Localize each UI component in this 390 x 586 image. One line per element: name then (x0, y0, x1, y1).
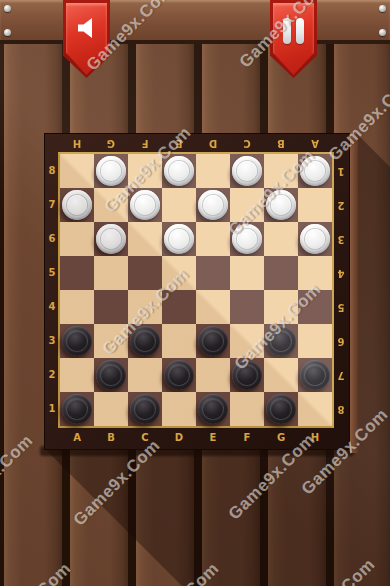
checker-white[interactable] (198, 190, 228, 220)
square-h5[interactable] (298, 256, 332, 290)
coordinate-label: E (162, 136, 196, 150)
board-side-bevel (350, 136, 358, 453)
square-f3[interactable] (230, 324, 264, 358)
square-d3[interactable] (162, 324, 196, 358)
square-a3[interactable] (60, 324, 94, 358)
top-bar (0, 0, 390, 44)
square-f2[interactable] (230, 358, 264, 392)
game-screen: HGFEDCBA ABCDEFGH 87654321 12345678 Game… (0, 0, 390, 586)
file-labels-top: HGFEDCBA (60, 136, 332, 150)
square-e7[interactable] (196, 188, 230, 222)
square-g6[interactable] (264, 222, 298, 256)
checker-white[interactable] (266, 190, 296, 220)
checker-black[interactable] (96, 360, 126, 390)
square-h7[interactable] (298, 188, 332, 222)
square-a1[interactable] (60, 392, 94, 426)
checker-black[interactable] (130, 326, 160, 356)
coordinate-label: H (298, 431, 332, 445)
coordinate-label: G (264, 431, 298, 445)
screw-icon (379, 29, 386, 36)
rank-labels-left: 87654321 (46, 154, 58, 426)
screw-icon (4, 5, 11, 12)
square-d2[interactable] (162, 358, 196, 392)
square-a5[interactable] (60, 256, 94, 290)
square-g1[interactable] (264, 392, 298, 426)
checker-white[interactable] (130, 190, 160, 220)
square-g4[interactable] (264, 290, 298, 324)
speaker-icon (75, 16, 99, 40)
square-d1[interactable] (162, 392, 196, 426)
square-h8[interactable] (298, 154, 332, 188)
coordinate-label: 1 (335, 154, 347, 188)
checker-white[interactable] (96, 156, 126, 186)
square-a4[interactable] (60, 290, 94, 324)
square-b3[interactable] (94, 324, 128, 358)
square-g8[interactable] (264, 154, 298, 188)
square-h2[interactable] (298, 358, 332, 392)
square-c7[interactable] (128, 188, 162, 222)
checker-black[interactable] (164, 360, 194, 390)
coordinate-label: A (60, 431, 94, 445)
coordinate-label: 3 (335, 222, 347, 256)
square-d4[interactable] (162, 290, 196, 324)
checker-white[interactable] (300, 156, 330, 186)
square-f6[interactable] (230, 222, 264, 256)
coordinate-label: C (230, 136, 264, 150)
checkers-board: HGFEDCBA ABCDEFGH 87654321 12345678 (44, 133, 350, 450)
square-e5[interactable] (196, 256, 230, 290)
coordinate-label: 2 (335, 188, 347, 222)
coordinate-label: B (264, 136, 298, 150)
square-e6[interactable] (196, 222, 230, 256)
checker-black[interactable] (266, 326, 296, 356)
coordinate-label: 6 (46, 222, 58, 256)
square-a7[interactable] (60, 188, 94, 222)
square-c6[interactable] (128, 222, 162, 256)
square-g3[interactable] (264, 324, 298, 358)
checker-black[interactable] (130, 394, 160, 424)
square-f1[interactable] (230, 392, 264, 426)
square-a8[interactable] (60, 154, 94, 188)
square-c1[interactable] (128, 392, 162, 426)
board-grid (58, 152, 334, 428)
coordinate-label: D (196, 136, 230, 150)
square-h3[interactable] (298, 324, 332, 358)
square-g5[interactable] (264, 256, 298, 290)
square-b6[interactable] (94, 222, 128, 256)
square-e3[interactable] (196, 324, 230, 358)
board-frame: HGFEDCBA ABCDEFGH 87654321 12345678 (44, 133, 350, 450)
square-e2[interactable] (196, 358, 230, 392)
square-c2[interactable] (128, 358, 162, 392)
coordinate-label: 1 (46, 392, 58, 426)
coordinate-label: G (94, 136, 128, 150)
checker-white[interactable] (232, 224, 262, 254)
coordinate-label: 7 (335, 358, 347, 392)
checker-black[interactable] (198, 326, 228, 356)
checker-white[interactable] (300, 224, 330, 254)
square-c4[interactable] (128, 290, 162, 324)
checker-black[interactable] (62, 394, 92, 424)
checker-black[interactable] (300, 360, 330, 390)
square-c5[interactable] (128, 256, 162, 290)
coordinate-label: 3 (46, 324, 58, 358)
file-labels-bottom: ABCDEFGH (60, 431, 332, 445)
square-b7[interactable] (94, 188, 128, 222)
pause-icon (283, 18, 304, 44)
coordinate-label: 2 (46, 358, 58, 392)
square-g2[interactable] (264, 358, 298, 392)
checker-white[interactable] (62, 190, 92, 220)
square-b5[interactable] (94, 256, 128, 290)
square-a6[interactable] (60, 222, 94, 256)
coordinate-label: 5 (46, 256, 58, 290)
square-h4[interactable] (298, 290, 332, 324)
square-b4[interactable] (94, 290, 128, 324)
coordinate-label: C (128, 431, 162, 445)
coordinate-label: F (128, 136, 162, 150)
checker-white[interactable] (232, 156, 262, 186)
coordinate-label: B (94, 431, 128, 445)
square-c3[interactable] (128, 324, 162, 358)
square-e4[interactable] (196, 290, 230, 324)
coordinate-label: E (196, 431, 230, 445)
square-e8[interactable] (196, 154, 230, 188)
rank-labels-right: 12345678 (335, 154, 347, 426)
square-f8[interactable] (230, 154, 264, 188)
square-f4[interactable] (230, 290, 264, 324)
coordinate-label: 5 (335, 290, 347, 324)
square-d8[interactable] (162, 154, 196, 188)
coordinate-label: 6 (335, 324, 347, 358)
checker-white[interactable] (96, 224, 126, 254)
square-b1[interactable] (94, 392, 128, 426)
coordinate-label: D (162, 431, 196, 445)
checker-white[interactable] (164, 224, 194, 254)
checker-black[interactable] (266, 394, 296, 424)
square-d5[interactable] (162, 256, 196, 290)
square-d7[interactable] (162, 188, 196, 222)
coordinate-label: 8 (46, 154, 58, 188)
square-b2[interactable] (94, 358, 128, 392)
coordinate-label: 4 (335, 256, 347, 290)
square-b8[interactable] (94, 154, 128, 188)
square-e1[interactable] (196, 392, 230, 426)
coordinate-label: F (230, 431, 264, 445)
coordinate-label: 7 (46, 188, 58, 222)
coordinate-label: 4 (46, 290, 58, 324)
square-g7[interactable] (264, 188, 298, 222)
square-c8[interactable] (128, 154, 162, 188)
screw-icon (4, 29, 11, 36)
square-a2[interactable] (60, 358, 94, 392)
checker-white[interactable] (164, 156, 194, 186)
square-d6[interactable] (162, 222, 196, 256)
coordinate-label: 8 (335, 392, 347, 426)
square-h6[interactable] (298, 222, 332, 256)
coordinate-label: H (60, 136, 94, 150)
screw-icon (379, 5, 386, 12)
square-h1[interactable] (298, 392, 332, 426)
coordinate-label: A (298, 136, 332, 150)
checker-black[interactable] (232, 360, 262, 390)
square-f5[interactable] (230, 256, 264, 290)
checker-black[interactable] (62, 326, 92, 356)
square-f7[interactable] (230, 188, 264, 222)
checker-black[interactable] (198, 394, 228, 424)
